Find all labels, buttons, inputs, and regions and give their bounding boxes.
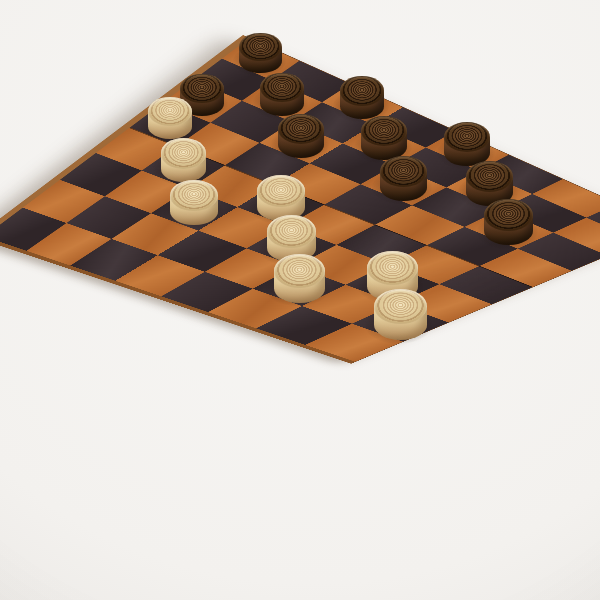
- piece-top-rings: [274, 254, 325, 288]
- piece-top-rings: [278, 114, 324, 144]
- piece-top-rings: [170, 180, 217, 211]
- piece-top-rings: [484, 199, 533, 231]
- light-checker-piece[interactable]: [161, 138, 207, 182]
- light-checker-piece[interactable]: [274, 254, 325, 303]
- dark-checker-piece[interactable]: [340, 76, 384, 119]
- dark-checker-piece[interactable]: [278, 114, 324, 158]
- piece-top-rings: [380, 156, 427, 187]
- dark-checker-piece[interactable]: [444, 122, 490, 166]
- light-checker-piece[interactable]: [148, 97, 192, 139]
- piece-top-rings: [267, 215, 316, 248]
- dark-checker-piece[interactable]: [361, 116, 407, 160]
- piece-top-rings: [239, 33, 281, 61]
- dark-checker-piece[interactable]: [380, 156, 427, 201]
- photo-stage: [0, 0, 600, 600]
- piece-top-rings: [257, 175, 305, 207]
- piece-top-rings: [148, 97, 192, 126]
- light-checker-piece[interactable]: [374, 289, 427, 340]
- light-checker-piece[interactable]: [170, 180, 217, 226]
- piece-top-rings: [374, 289, 427, 324]
- dark-checker-piece[interactable]: [239, 33, 281, 74]
- piece-top-rings: [340, 76, 384, 105]
- dark-checker-piece[interactable]: [260, 73, 304, 115]
- piece-top-rings: [444, 122, 490, 152]
- piece-top-rings: [466, 161, 513, 192]
- piece-top-rings: [161, 138, 207, 168]
- dark-checker-piece[interactable]: [484, 199, 533, 246]
